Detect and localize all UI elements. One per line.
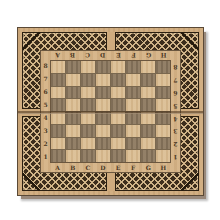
- file-label-top-f: F: [126, 51, 141, 60]
- square-c3[interactable]: [81, 125, 95, 137]
- file-label-top-c: C: [80, 51, 95, 60]
- square-c1[interactable]: [81, 150, 95, 162]
- file-label-bottom-c: C: [80, 163, 95, 172]
- square-g1[interactable]: [141, 150, 155, 162]
- rank-label-right-1: 1: [171, 150, 180, 163]
- square-c5[interactable]: [81, 99, 95, 111]
- square-e3[interactable]: [111, 125, 125, 137]
- file-labels-top: ABCDEFGH: [50, 51, 171, 60]
- square-e1[interactable]: [111, 150, 125, 162]
- square-h5[interactable]: [156, 99, 170, 111]
- square-b1[interactable]: [66, 150, 80, 162]
- file-labels-bottom: ABCDEFGH: [50, 163, 171, 172]
- square-c8[interactable]: [81, 61, 95, 73]
- square-g7[interactable]: [141, 74, 155, 86]
- fold-seam: [18, 111, 203, 114]
- square-a8[interactable]: [51, 61, 65, 73]
- square-h7[interactable]: [156, 74, 170, 86]
- square-e8[interactable]: [111, 61, 125, 73]
- rank-label-right-2: 2: [171, 137, 180, 150]
- square-e2[interactable]: [111, 138, 125, 150]
- rank-label-left-2: 2: [41, 137, 50, 150]
- square-h8[interactable]: [156, 61, 170, 73]
- square-e6[interactable]: [111, 87, 125, 99]
- square-a1[interactable]: [51, 150, 65, 162]
- square-g5[interactable]: [141, 99, 155, 111]
- file-label-top-b: B: [65, 51, 80, 60]
- square-f8[interactable]: [126, 61, 140, 73]
- square-c2[interactable]: [81, 138, 95, 150]
- file-label-bottom-d: D: [95, 163, 110, 172]
- square-c7[interactable]: [81, 74, 95, 86]
- rank-label-left-8: 8: [41, 60, 50, 73]
- file-label-top-a: A: [50, 51, 65, 60]
- square-g3[interactable]: [141, 125, 155, 137]
- square-d5[interactable]: [96, 99, 110, 111]
- file-label-bottom-b: B: [65, 163, 80, 172]
- square-g2[interactable]: [141, 138, 155, 150]
- square-f7[interactable]: [126, 74, 140, 86]
- square-b7[interactable]: [66, 74, 80, 86]
- square-h3[interactable]: [156, 125, 170, 137]
- square-d6[interactable]: [96, 87, 110, 99]
- square-d8[interactable]: [96, 61, 110, 73]
- square-h2[interactable]: [156, 138, 170, 150]
- square-h1[interactable]: [156, 150, 170, 162]
- square-a5[interactable]: [51, 99, 65, 111]
- file-label-bottom-g: G: [141, 163, 156, 172]
- file-label-top-d: D: [95, 51, 110, 60]
- square-a6[interactable]: [51, 87, 65, 99]
- square-d3[interactable]: [96, 125, 110, 137]
- file-label-bottom-h: H: [156, 163, 171, 172]
- square-f3[interactable]: [126, 125, 140, 137]
- file-label-bottom-a: A: [50, 163, 65, 172]
- file-label-bottom-f: F: [126, 163, 141, 172]
- rank-label-right-5: 5: [171, 99, 180, 112]
- square-d7[interactable]: [96, 74, 110, 86]
- photo-canvas: ABCDEFGH ABCDEFGH 87654321 87654321: [0, 0, 220, 220]
- square-f1[interactable]: [126, 150, 140, 162]
- square-g8[interactable]: [141, 61, 155, 73]
- square-a2[interactable]: [51, 138, 65, 150]
- file-label-bottom-e: E: [111, 163, 126, 172]
- rank-label-left-5: 5: [41, 99, 50, 112]
- rank-label-left-6: 6: [41, 86, 50, 99]
- square-a7[interactable]: [51, 74, 65, 86]
- square-f2[interactable]: [126, 138, 140, 150]
- rank-label-left-3: 3: [41, 124, 50, 137]
- rank-label-right-7: 7: [171, 73, 180, 86]
- rank-label-left-1: 1: [41, 150, 50, 163]
- square-f5[interactable]: [126, 99, 140, 111]
- square-b5[interactable]: [66, 99, 80, 111]
- square-e5[interactable]: [111, 99, 125, 111]
- square-a3[interactable]: [51, 125, 65, 137]
- frame-gap-bottom: [106, 173, 116, 191]
- frame-gap-top: [106, 32, 116, 50]
- square-d2[interactable]: [96, 138, 110, 150]
- square-g6[interactable]: [141, 87, 155, 99]
- square-b3[interactable]: [66, 125, 80, 137]
- square-b2[interactable]: [66, 138, 80, 150]
- square-c6[interactable]: [81, 87, 95, 99]
- file-label-top-g: G: [141, 51, 156, 60]
- square-d1[interactable]: [96, 150, 110, 162]
- square-h6[interactable]: [156, 87, 170, 99]
- square-b6[interactable]: [66, 87, 80, 99]
- rank-label-right-3: 3: [171, 124, 180, 137]
- file-label-top-h: H: [156, 51, 171, 60]
- rank-label-right-6: 6: [171, 86, 180, 99]
- square-f6[interactable]: [126, 87, 140, 99]
- rank-label-left-7: 7: [41, 73, 50, 86]
- rank-label-right-8: 8: [171, 60, 180, 73]
- chess-board: ABCDEFGH ABCDEFGH 87654321 87654321: [17, 27, 204, 196]
- file-label-top-e: E: [111, 51, 126, 60]
- square-b8[interactable]: [66, 61, 80, 73]
- square-e7[interactable]: [111, 74, 125, 86]
